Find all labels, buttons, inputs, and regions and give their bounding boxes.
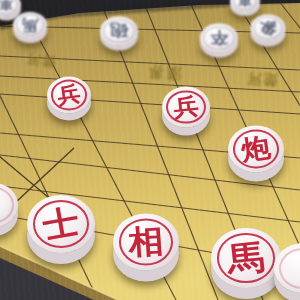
piece-red-horse[interactable]: 馬 xyxy=(211,228,281,288)
piece-character: 車 xyxy=(230,0,260,11)
piece-edge-piece-left[interactable] xyxy=(0,183,18,227)
piece-character: 兵 xyxy=(45,75,93,115)
piece-character: 相 xyxy=(111,214,180,271)
piece-red-soldier-left[interactable]: 兵 xyxy=(47,77,91,114)
piece-character: 砲 xyxy=(100,18,138,45)
piece-red-advisor[interactable]: 士 xyxy=(27,195,95,253)
piece-red-soldier-mid[interactable]: 兵 xyxy=(162,87,210,128)
piece-character xyxy=(274,245,300,291)
piece-red-cannon[interactable]: 炮 xyxy=(228,126,284,173)
piece-character: 象 xyxy=(251,16,286,41)
piece-character: 兵 xyxy=(160,86,212,129)
xiangqi-board-photo: 楚河 漢界 楚河 車馬砲卒象車兵兵炮士相馬 xyxy=(0,0,300,300)
piece-edge-piece-right[interactable] xyxy=(274,243,300,293)
piece-black-piece-4[interactable]: 卒 xyxy=(200,24,238,53)
piece-character: 士 xyxy=(23,192,99,256)
piece-black-piece-5[interactable]: 象 xyxy=(251,15,286,42)
piece-layer: 車馬砲卒象車兵兵炮士相馬 xyxy=(0,0,300,300)
piece-character xyxy=(0,185,18,225)
piece-red-elephant[interactable]: 相 xyxy=(113,214,179,271)
piece-character: 炮 xyxy=(225,124,286,175)
piece-black-piece-2[interactable]: 馬 xyxy=(13,12,47,38)
piece-black-piece-3[interactable]: 砲 xyxy=(100,17,138,46)
piece-character: 馬 xyxy=(208,227,283,289)
piece-black-piece-6[interactable]: 車 xyxy=(230,0,260,12)
piece-character: 馬 xyxy=(13,13,47,37)
piece-character: 卒 xyxy=(200,25,238,52)
